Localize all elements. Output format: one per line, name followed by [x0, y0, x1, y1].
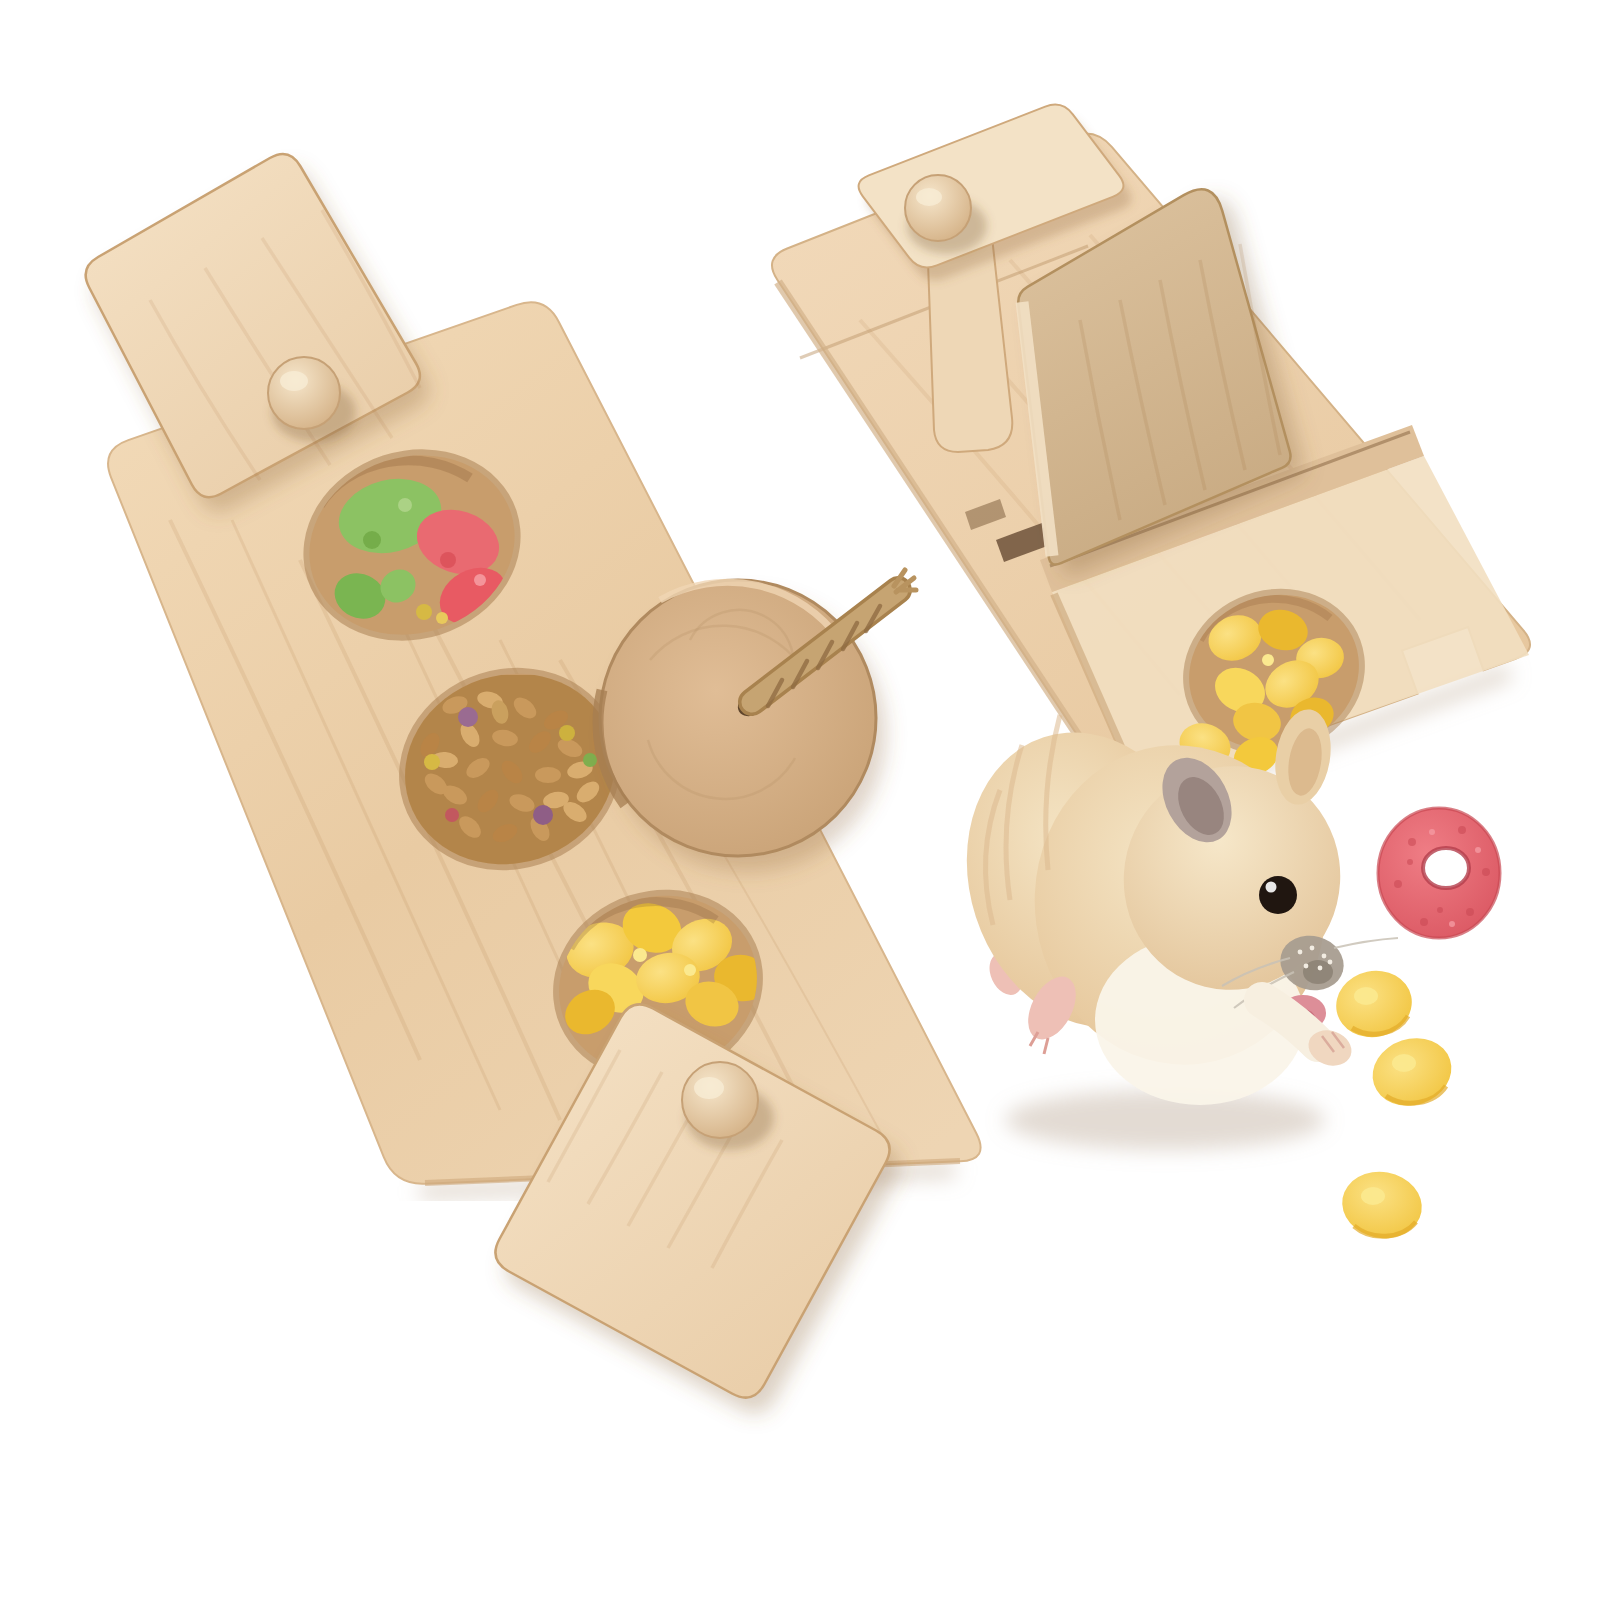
loose-treats [1330, 808, 1500, 1244]
corn-flake-low [1337, 1166, 1427, 1245]
red-ring-treat [1378, 808, 1500, 938]
hamster [930, 700, 1398, 1150]
hamster-eye-highlight [1266, 882, 1277, 893]
hamster-eye [1259, 876, 1297, 914]
corn-flake-held [1330, 964, 1418, 1044]
product-photo [0, 0, 1600, 1600]
right-feeder [772, 105, 1530, 810]
corn-flake-mid [1364, 1028, 1460, 1115]
